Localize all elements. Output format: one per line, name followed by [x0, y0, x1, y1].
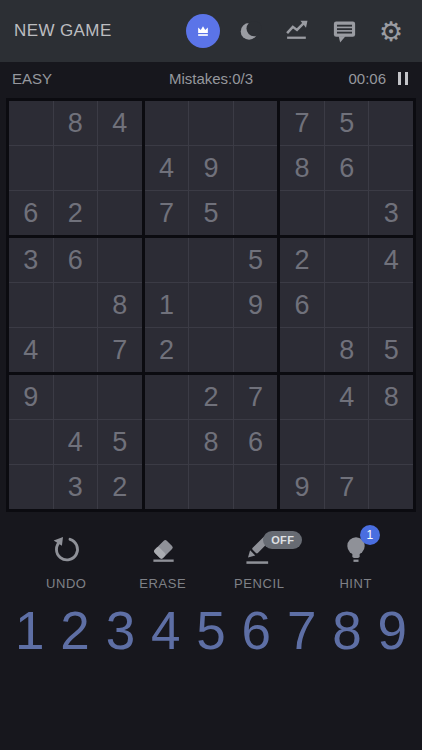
number-pad: 123456789 — [0, 604, 422, 657]
cell-r6c9[interactable]: 5 — [369, 328, 413, 372]
cell-r9c3[interactable]: 2 — [98, 465, 142, 509]
numpad-digit-8[interactable]: 8 — [332, 604, 361, 657]
cell-r9c9[interactable] — [369, 465, 413, 509]
cell-r9c8[interactable]: 7 — [325, 465, 369, 509]
timer-area: 00:06 — [293, 70, 410, 87]
cell-r3c1[interactable]: 6 — [9, 191, 53, 235]
cell-r8c8[interactable] — [325, 420, 369, 464]
numpad-digit-7[interactable]: 7 — [287, 604, 316, 657]
box-6: 24685 — [280, 238, 413, 372]
cell-r1c8[interactable]: 5 — [325, 101, 369, 145]
cell-r2c6[interactable] — [234, 146, 278, 190]
gear-icon: ⚙ — [379, 18, 403, 45]
cell-r4c9[interactable]: 4 — [369, 238, 413, 282]
box-8: 2786 — [145, 375, 278, 509]
cell-r4c7[interactable]: 2 — [280, 238, 324, 282]
box-4: 36847 — [9, 238, 142, 372]
cell-r2c4[interactable]: 4 — [145, 146, 189, 190]
cell-r9c5[interactable] — [189, 465, 233, 509]
cell-r9c6[interactable] — [234, 465, 278, 509]
numpad-digit-2[interactable]: 2 — [60, 604, 89, 657]
cell-r3c7[interactable] — [280, 191, 324, 235]
cell-r2c8[interactable]: 6 — [325, 146, 369, 190]
cell-r1c2[interactable]: 8 — [54, 101, 98, 145]
cell-r4c5[interactable] — [189, 238, 233, 282]
cell-r1c4[interactable] — [145, 101, 189, 145]
feedback-button[interactable] — [325, 12, 363, 50]
crown-icon — [186, 14, 220, 48]
cell-r3c4[interactable]: 7 — [145, 191, 189, 235]
premium-crown-button[interactable] — [184, 12, 222, 50]
cell-r7c9[interactable]: 8 — [369, 375, 413, 419]
cell-r2c2[interactable] — [54, 146, 98, 190]
cell-r5c8[interactable] — [325, 283, 369, 327]
cell-r1c9[interactable] — [369, 101, 413, 145]
top-bar: NEW GAME — [0, 0, 422, 62]
cell-r6c8[interactable]: 8 — [325, 328, 369, 372]
cell-r8c3[interactable]: 5 — [98, 420, 142, 464]
toolbar: UNDO ERASE — [0, 533, 422, 591]
box-3: 75863 — [280, 101, 413, 235]
cell-r8c1[interactable] — [9, 420, 53, 464]
topbar-icon-group: ⚙ — [184, 12, 410, 50]
cell-r1c6[interactable] — [234, 101, 278, 145]
cell-r3c5[interactable]: 5 — [189, 191, 233, 235]
cell-r4c3[interactable] — [98, 238, 142, 282]
cell-r2c9[interactable] — [369, 146, 413, 190]
hint-count-badge: 1 — [360, 525, 380, 545]
eraser-icon — [147, 533, 179, 567]
hint-button[interactable]: HINT 1 — [320, 533, 392, 591]
difficulty-label: EASY — [12, 70, 129, 87]
cell-r8c6[interactable]: 6 — [234, 420, 278, 464]
undo-label: UNDO — [46, 576, 87, 591]
cell-r5c2[interactable] — [54, 283, 98, 327]
cell-r5c4[interactable]: 1 — [145, 283, 189, 327]
statistics-button[interactable] — [278, 12, 316, 50]
moon-icon — [237, 18, 263, 44]
cell-r8c5[interactable]: 8 — [189, 420, 233, 464]
cell-r7c4[interactable] — [145, 375, 189, 419]
cell-r1c3[interactable]: 4 — [98, 101, 142, 145]
pencil-label: PENCIL — [234, 576, 285, 591]
numpad-digit-6[interactable]: 6 — [242, 604, 271, 657]
cell-r6c3[interactable]: 7 — [98, 328, 142, 372]
undo-icon — [50, 533, 82, 567]
sudoku-board: 8462497575863368475192246859453227864897 — [6, 98, 416, 512]
sudoku-app: NEW GAME — [0, 0, 422, 750]
chat-bubble-icon — [331, 18, 358, 45]
cell-r7c6[interactable]: 7 — [234, 375, 278, 419]
cell-r8c7[interactable] — [280, 420, 324, 464]
cell-r6c2[interactable] — [54, 328, 98, 372]
cell-r9c2[interactable]: 3 — [54, 465, 98, 509]
cell-r3c9[interactable]: 3 — [369, 191, 413, 235]
cell-r7c5[interactable]: 2 — [189, 375, 233, 419]
cell-r7c1[interactable]: 9 — [9, 375, 53, 419]
new-game-button[interactable]: NEW GAME — [14, 21, 112, 41]
erase-label: ERASE — [139, 576, 186, 591]
box-2: 4975 — [145, 101, 278, 235]
trending-chart-icon — [284, 18, 311, 45]
cell-r2c1[interactable] — [9, 146, 53, 190]
cell-r5c3[interactable]: 8 — [98, 283, 142, 327]
cell-r2c5[interactable]: 9 — [189, 146, 233, 190]
box-9: 4897 — [280, 375, 413, 509]
box-5: 5192 — [145, 238, 278, 372]
status-bar: EASY Mistakes:0/3 00:06 — [0, 62, 422, 95]
numpad-digit-9[interactable]: 9 — [378, 604, 407, 657]
cell-r7c2[interactable] — [54, 375, 98, 419]
cell-r8c9[interactable] — [369, 420, 413, 464]
cell-r2c7[interactable]: 8 — [280, 146, 324, 190]
cell-r5c7[interactable]: 6 — [280, 283, 324, 327]
cell-r1c7[interactable]: 7 — [280, 101, 324, 145]
cell-r7c3[interactable] — [98, 375, 142, 419]
settings-button[interactable]: ⚙ — [372, 12, 410, 50]
box-7: 94532 — [9, 375, 142, 509]
cell-r4c2[interactable]: 6 — [54, 238, 98, 282]
cell-r4c6[interactable]: 5 — [234, 238, 278, 282]
cell-r6c4[interactable]: 2 — [145, 328, 189, 372]
cell-r5c6[interactable]: 9 — [234, 283, 278, 327]
undo-button[interactable]: UNDO — [30, 533, 102, 591]
cell-r1c5[interactable] — [189, 101, 233, 145]
cell-r6c6[interactable] — [234, 328, 278, 372]
cell-r6c5[interactable] — [189, 328, 233, 372]
cell-r1c1[interactable] — [9, 101, 53, 145]
night-mode-button[interactable] — [231, 12, 269, 50]
cell-r7c7[interactable] — [280, 375, 324, 419]
pencil-button[interactable]: PENCIL OFF — [223, 533, 295, 591]
cell-r9c4[interactable] — [145, 465, 189, 509]
box-1: 8462 — [9, 101, 142, 235]
numpad-digit-3[interactable]: 3 — [106, 604, 135, 657]
cell-r6c1[interactable]: 4 — [9, 328, 53, 372]
cell-r9c1[interactable] — [9, 465, 53, 509]
cell-r9c7[interactable]: 9 — [280, 465, 324, 509]
cell-r8c2[interactable]: 4 — [54, 420, 98, 464]
cell-r3c8[interactable] — [325, 191, 369, 235]
cell-r6c7[interactable] — [280, 328, 324, 372]
pause-button[interactable] — [396, 70, 410, 87]
numpad-digit-1[interactable]: 1 — [15, 604, 44, 657]
cell-r5c5[interactable] — [189, 283, 233, 327]
hint-label: HINT — [339, 576, 372, 591]
cell-r2c3[interactable] — [98, 146, 142, 190]
cell-r3c3[interactable] — [98, 191, 142, 235]
cell-r4c1[interactable]: 3 — [9, 238, 53, 282]
cell-r4c4[interactable] — [145, 238, 189, 282]
cell-r3c6[interactable] — [234, 191, 278, 235]
cell-r4c8[interactable] — [325, 238, 369, 282]
erase-button[interactable]: ERASE — [127, 533, 199, 591]
cell-r5c1[interactable] — [9, 283, 53, 327]
timer-value: 00:06 — [348, 70, 386, 87]
mistakes-counter: Mistakes:0/3 — [129, 70, 293, 87]
pencil-off-badge: OFF — [263, 531, 302, 549]
cell-r8c4[interactable] — [145, 420, 189, 464]
numpad-digit-5[interactable]: 5 — [196, 604, 225, 657]
cell-r5c9[interactable] — [369, 283, 413, 327]
cell-r7c8[interactable]: 4 — [325, 375, 369, 419]
numpad-digit-4[interactable]: 4 — [151, 604, 180, 657]
cell-r3c2[interactable]: 2 — [54, 191, 98, 235]
